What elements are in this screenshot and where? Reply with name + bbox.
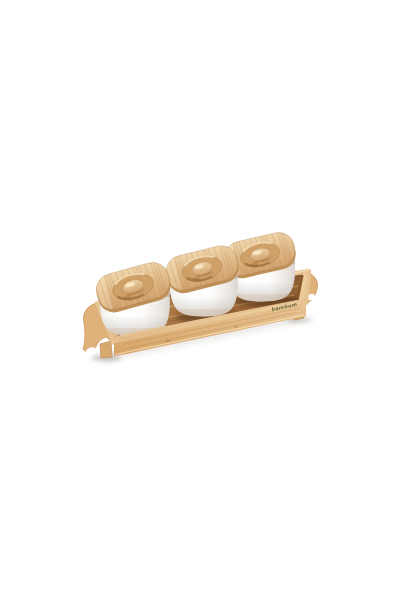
bowl-left [92, 258, 174, 337]
bowl-middle [163, 241, 242, 317]
tray-foot-left [100, 341, 112, 358]
product-illustration: bambum [0, 0, 395, 592]
product-photo: bambum [0, 0, 395, 592]
